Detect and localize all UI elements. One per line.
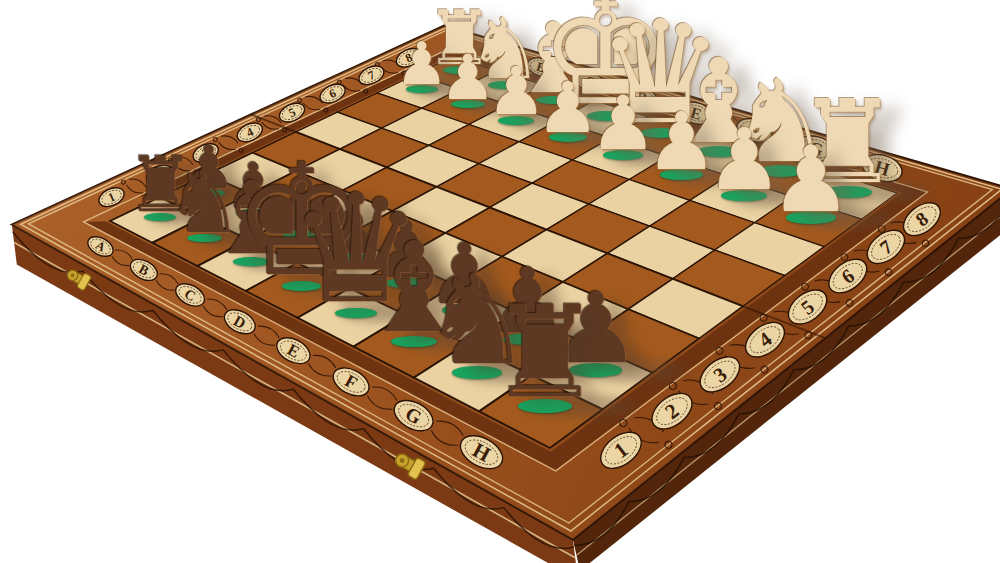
piece-black-rook-h1: ♜ (482, 289, 609, 416)
chess-set-photo: AABBCCDDEEFFGGHH1122334455667788 ♜♞♟♝♟♚♟… (0, 0, 1000, 563)
piece-white-pawn-h7: ♟ (765, 134, 856, 225)
